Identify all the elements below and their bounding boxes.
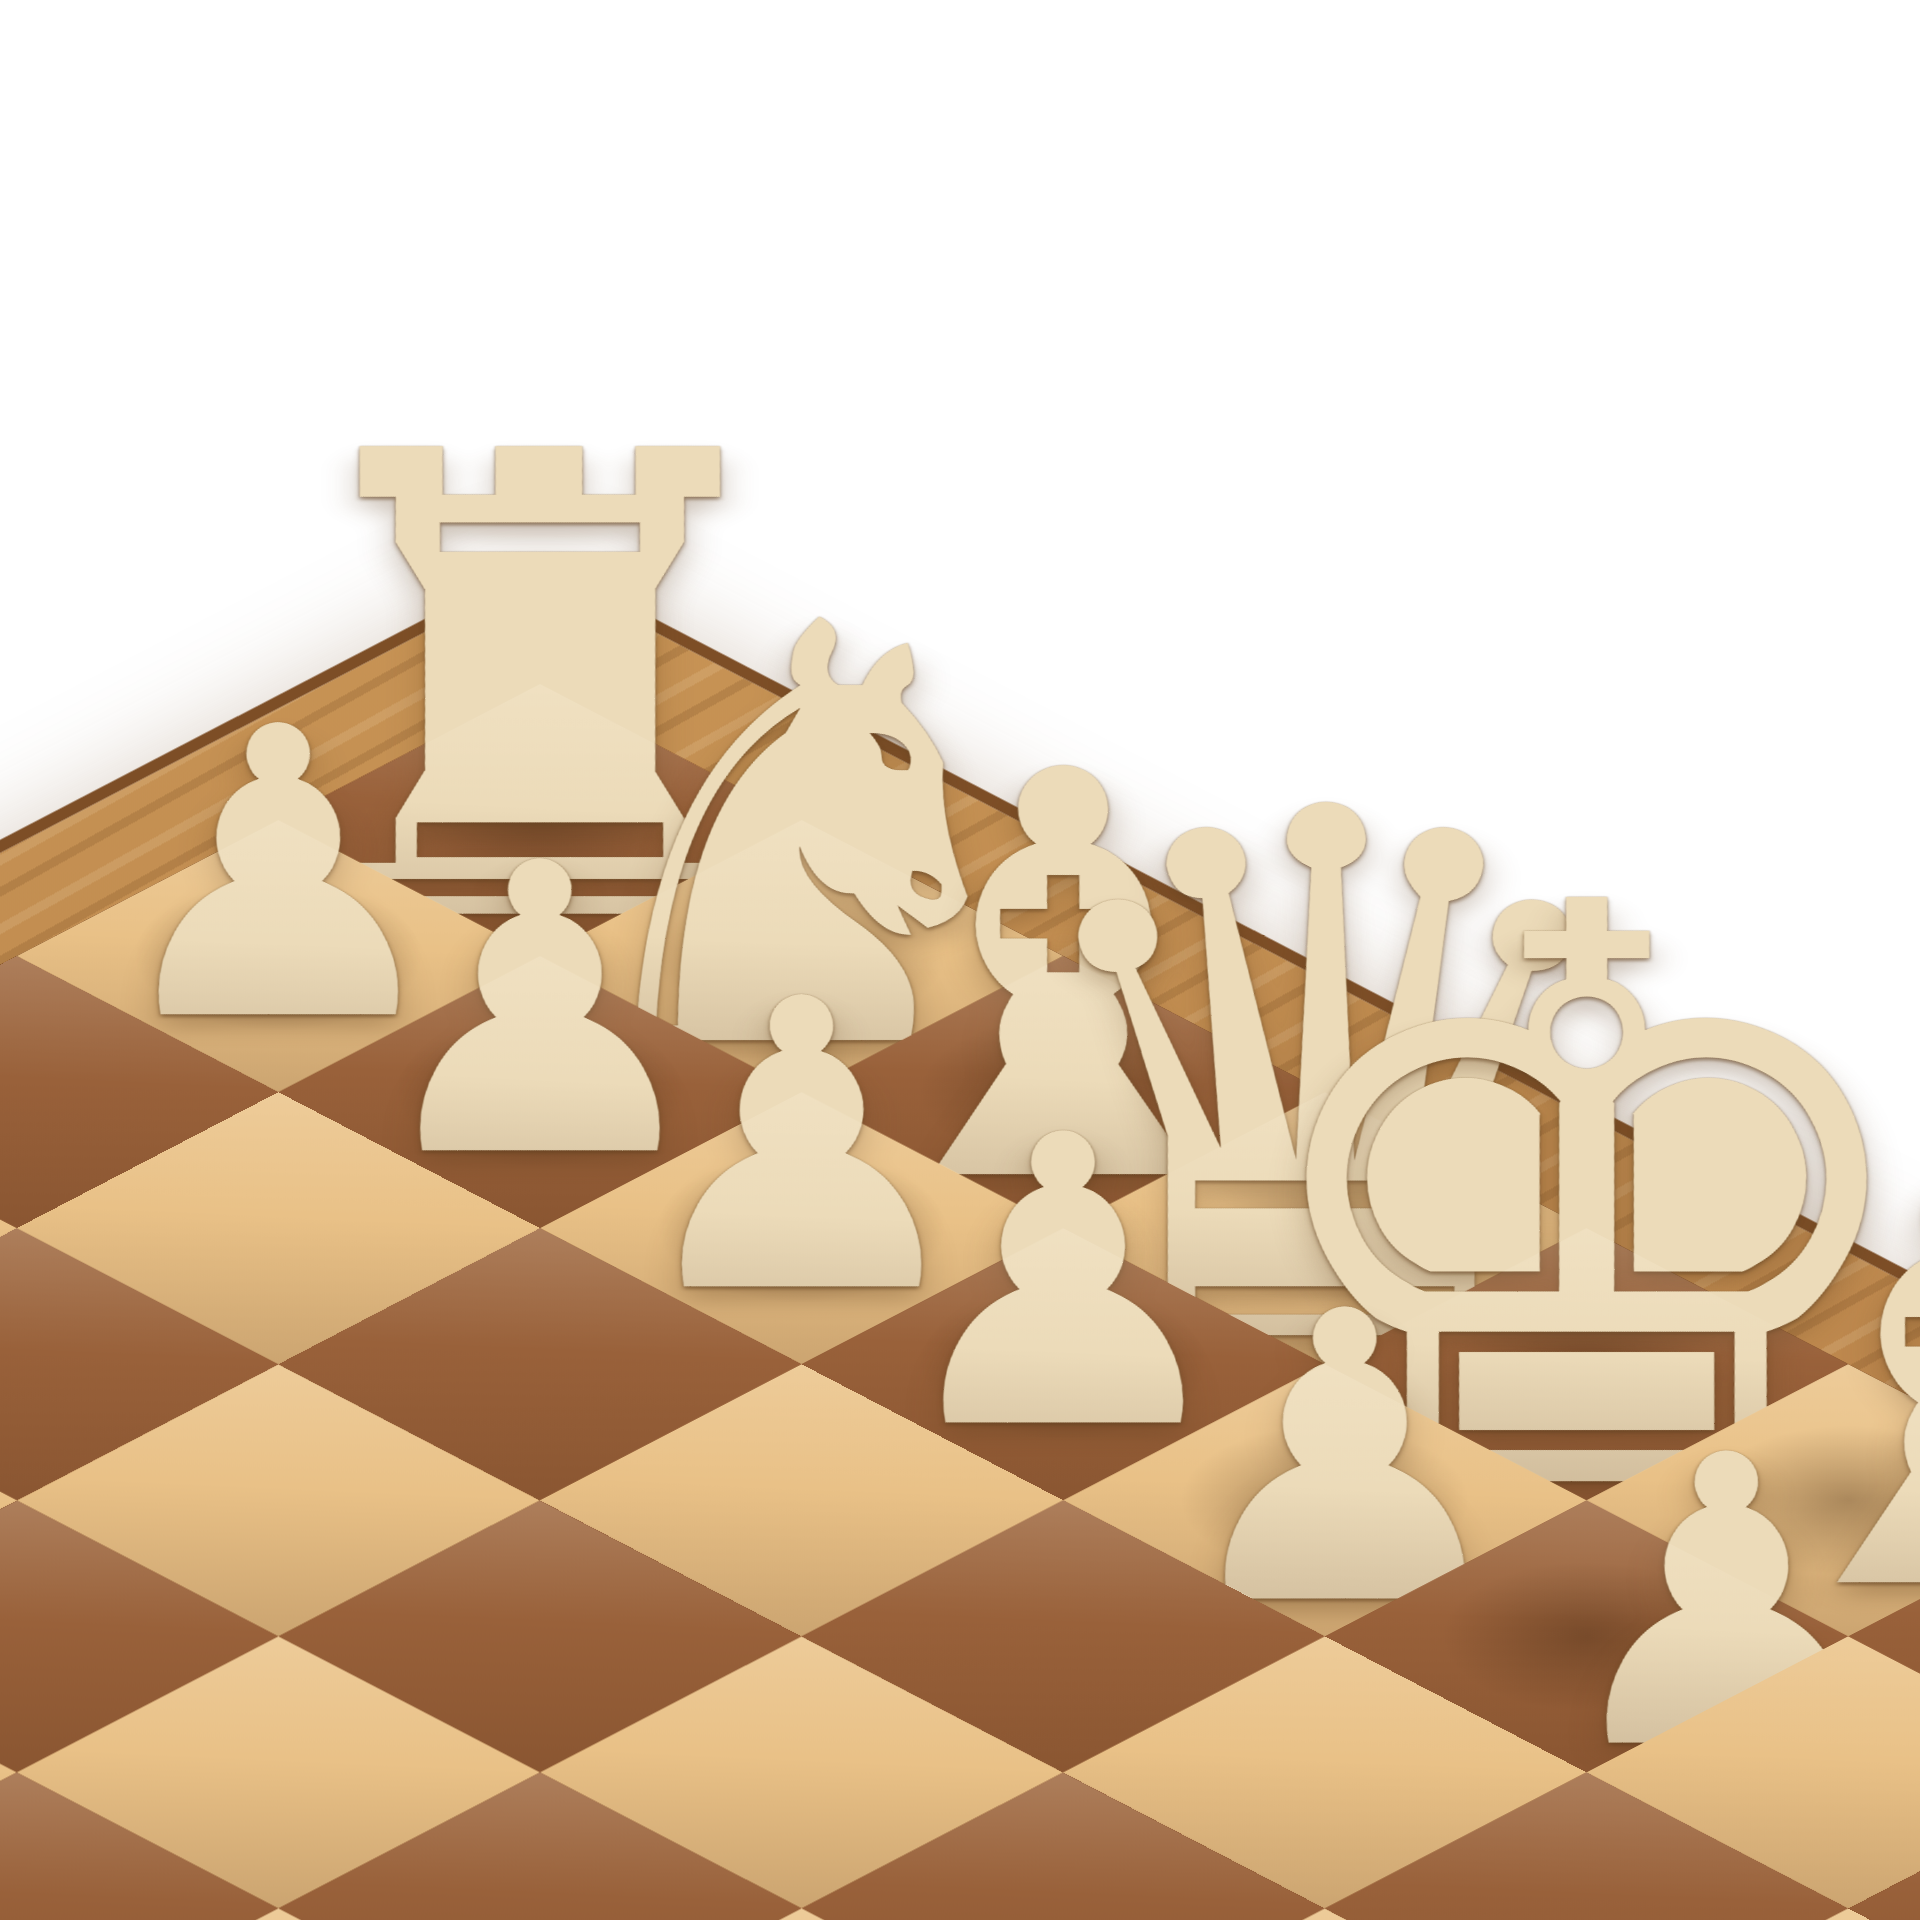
product-photo: ♜♞♝♛♚♝♟♟♟♟♟♟ <box>0 0 1920 1920</box>
perspective-wrapper: ♜♞♝♛♚♝♟♟♟♟♟♟ <box>540 559 1920 1920</box>
board-frame: ♜♞♝♛♚♝♟♟♟♟♟♟ <box>0 559 1920 1920</box>
chess-board: ♜♞♝♛♚♝♟♟♟♟♟♟ <box>0 684 1920 1920</box>
board-rotation-wrapper: ♜♞♝♛♚♝♟♟♟♟♟♟ <box>0 559 1920 1920</box>
